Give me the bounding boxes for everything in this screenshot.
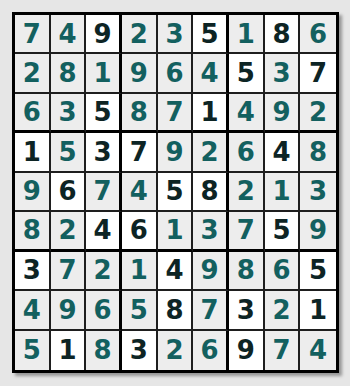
cell-r3c4: 8 bbox=[122, 94, 158, 133]
cell-r4c5: 9 bbox=[158, 133, 194, 172]
cell-r7c5: 4 bbox=[158, 252, 194, 291]
cell-r4c2: 5 bbox=[51, 133, 87, 172]
cell-r2c9: 7 bbox=[300, 54, 336, 93]
cell-r8c9: 1 bbox=[300, 291, 336, 330]
cell-r8c3: 6 bbox=[86, 291, 122, 330]
cell-r8c2: 9 bbox=[51, 291, 87, 330]
cell-r4c3: 3 bbox=[86, 133, 122, 172]
cell-r1c3: 9 bbox=[86, 15, 122, 54]
cell-r7c9: 5 bbox=[300, 252, 336, 291]
cell-r6c3: 4 bbox=[86, 212, 122, 251]
cell-r3c3: 5 bbox=[86, 94, 122, 133]
cell-r1c8: 8 bbox=[265, 15, 301, 54]
cell-r5c7: 2 bbox=[229, 173, 265, 212]
cell-r5c9: 3 bbox=[300, 173, 336, 212]
cell-r2c8: 3 bbox=[265, 54, 301, 93]
cell-r5c6: 8 bbox=[193, 173, 229, 212]
cell-r9c1: 5 bbox=[15, 331, 51, 370]
cell-r5c8: 1 bbox=[265, 173, 301, 212]
cell-r2c6: 4 bbox=[193, 54, 229, 93]
cell-r2c1: 2 bbox=[15, 54, 51, 93]
cell-r7c4: 1 bbox=[122, 252, 158, 291]
cell-r5c3: 7 bbox=[86, 173, 122, 212]
cell-r8c8: 2 bbox=[265, 291, 301, 330]
cell-r3c7: 4 bbox=[229, 94, 265, 133]
cell-r9c3: 8 bbox=[86, 331, 122, 370]
cell-r4c7: 6 bbox=[229, 133, 265, 172]
cell-r6c6: 3 bbox=[193, 212, 229, 251]
cell-r3c1: 6 bbox=[15, 94, 51, 133]
cell-r2c3: 1 bbox=[86, 54, 122, 93]
cell-r1c1: 7 bbox=[15, 15, 51, 54]
cell-r6c1: 8 bbox=[15, 212, 51, 251]
cell-r3c6: 1 bbox=[193, 94, 229, 133]
cell-r9c5: 2 bbox=[158, 331, 194, 370]
cell-r1c5: 3 bbox=[158, 15, 194, 54]
cell-r3c8: 9 bbox=[265, 94, 301, 133]
cell-r2c2: 8 bbox=[51, 54, 87, 93]
cell-r3c2: 3 bbox=[51, 94, 87, 133]
cell-r7c1: 3 bbox=[15, 252, 51, 291]
cell-r4c9: 8 bbox=[300, 133, 336, 172]
cell-r6c5: 1 bbox=[158, 212, 194, 251]
cell-r5c1: 9 bbox=[15, 173, 51, 212]
cell-r1c6: 5 bbox=[193, 15, 229, 54]
cell-r5c5: 5 bbox=[158, 173, 194, 212]
cell-r8c7: 3 bbox=[229, 291, 265, 330]
cell-r9c8: 7 bbox=[265, 331, 301, 370]
cell-r3c9: 2 bbox=[300, 94, 336, 133]
cell-r6c2: 2 bbox=[51, 212, 87, 251]
cell-r1c9: 6 bbox=[300, 15, 336, 54]
cell-r7c7: 8 bbox=[229, 252, 265, 291]
cell-r1c2: 4 bbox=[51, 15, 87, 54]
cell-r6c7: 7 bbox=[229, 212, 265, 251]
cell-r7c2: 7 bbox=[51, 252, 87, 291]
cell-r4c1: 1 bbox=[15, 133, 51, 172]
cell-r9c6: 6 bbox=[193, 331, 229, 370]
cell-r4c8: 4 bbox=[265, 133, 301, 172]
cell-r7c6: 9 bbox=[193, 252, 229, 291]
cell-r5c2: 6 bbox=[51, 173, 87, 212]
cell-r8c5: 8 bbox=[158, 291, 194, 330]
cell-r7c3: 2 bbox=[86, 252, 122, 291]
cell-r7c8: 6 bbox=[265, 252, 301, 291]
cell-r9c7: 9 bbox=[229, 331, 265, 370]
cell-r6c8: 5 bbox=[265, 212, 301, 251]
cell-r1c4: 2 bbox=[122, 15, 158, 54]
cell-r5c4: 4 bbox=[122, 173, 158, 212]
cell-r8c4: 5 bbox=[122, 291, 158, 330]
cell-r4c4: 7 bbox=[122, 133, 158, 172]
cell-r9c4: 3 bbox=[122, 331, 158, 370]
cell-r6c9: 9 bbox=[300, 212, 336, 251]
cell-r1c7: 1 bbox=[229, 15, 265, 54]
cell-r3c5: 7 bbox=[158, 94, 194, 133]
cell-r9c9: 4 bbox=[300, 331, 336, 370]
cell-r2c4: 9 bbox=[122, 54, 158, 93]
cell-r2c7: 5 bbox=[229, 54, 265, 93]
cell-r9c2: 1 bbox=[51, 331, 87, 370]
cell-r8c6: 7 bbox=[193, 291, 229, 330]
cell-r8c1: 4 bbox=[15, 291, 51, 330]
cell-r2c5: 6 bbox=[158, 54, 194, 93]
cell-r6c4: 6 bbox=[122, 212, 158, 251]
cell-r4c6: 2 bbox=[193, 133, 229, 172]
sudoku-board: 7492351862819645376358714921537926489674… bbox=[12, 12, 339, 373]
